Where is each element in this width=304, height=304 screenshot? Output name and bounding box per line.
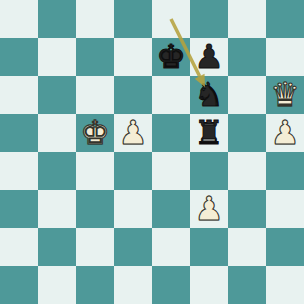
square-c5[interactable]: ♚ xyxy=(76,114,114,152)
white-king[interactable]: ♚ xyxy=(76,114,114,152)
square-a3[interactable] xyxy=(0,190,38,228)
square-c8[interactable] xyxy=(76,0,114,38)
chess-board[interactable]: ♚♟♞♛♚♟♜♟♟ xyxy=(0,0,304,304)
square-b1[interactable] xyxy=(38,266,76,304)
square-b3[interactable] xyxy=(38,190,76,228)
square-h1[interactable] xyxy=(266,266,304,304)
black-knight[interactable]: ♞ xyxy=(190,76,228,114)
square-f6[interactable]: ♞ xyxy=(190,76,228,114)
white-pawn[interactable]: ♟ xyxy=(190,190,228,228)
square-b4[interactable] xyxy=(38,152,76,190)
square-d6[interactable] xyxy=(114,76,152,114)
square-d3[interactable] xyxy=(114,190,152,228)
square-e5[interactable] xyxy=(152,114,190,152)
square-c2[interactable] xyxy=(76,228,114,266)
square-d1[interactable] xyxy=(114,266,152,304)
square-a6[interactable] xyxy=(0,76,38,114)
square-h5[interactable]: ♟ xyxy=(266,114,304,152)
square-g3[interactable] xyxy=(228,190,266,228)
square-e2[interactable] xyxy=(152,228,190,266)
square-h2[interactable] xyxy=(266,228,304,266)
square-g8[interactable] xyxy=(228,0,266,38)
square-f8[interactable] xyxy=(190,0,228,38)
square-g2[interactable] xyxy=(228,228,266,266)
square-e1[interactable] xyxy=(152,266,190,304)
square-h6[interactable]: ♛ xyxy=(266,76,304,114)
square-e3[interactable] xyxy=(152,190,190,228)
square-g1[interactable] xyxy=(228,266,266,304)
square-d7[interactable] xyxy=(114,38,152,76)
square-b7[interactable] xyxy=(38,38,76,76)
square-b6[interactable] xyxy=(38,76,76,114)
black-king[interactable]: ♚ xyxy=(152,38,190,76)
square-g5[interactable] xyxy=(228,114,266,152)
square-b2[interactable] xyxy=(38,228,76,266)
square-c4[interactable] xyxy=(76,152,114,190)
square-a1[interactable] xyxy=(0,266,38,304)
square-a7[interactable] xyxy=(0,38,38,76)
square-a4[interactable] xyxy=(0,152,38,190)
chess-app: ♚♟♞♛♚♟♜♟♟ xyxy=(0,0,304,304)
square-g6[interactable] xyxy=(228,76,266,114)
square-d2[interactable] xyxy=(114,228,152,266)
square-a8[interactable] xyxy=(0,0,38,38)
white-queen[interactable]: ♛ xyxy=(266,76,304,114)
square-f7[interactable]: ♟ xyxy=(190,38,228,76)
square-d4[interactable] xyxy=(114,152,152,190)
square-c3[interactable] xyxy=(76,190,114,228)
square-f3[interactable]: ♟ xyxy=(190,190,228,228)
square-h3[interactable] xyxy=(266,190,304,228)
square-e4[interactable] xyxy=(152,152,190,190)
square-b8[interactable] xyxy=(38,0,76,38)
square-b5[interactable] xyxy=(38,114,76,152)
square-f5[interactable]: ♜ xyxy=(190,114,228,152)
square-a2[interactable] xyxy=(0,228,38,266)
square-g7[interactable] xyxy=(228,38,266,76)
square-e8[interactable] xyxy=(152,0,190,38)
square-h7[interactable] xyxy=(266,38,304,76)
square-a5[interactable] xyxy=(0,114,38,152)
square-e7[interactable]: ♚ xyxy=(152,38,190,76)
square-f4[interactable] xyxy=(190,152,228,190)
white-pawn[interactable]: ♟ xyxy=(114,114,152,152)
black-rook[interactable]: ♜ xyxy=(190,114,228,152)
square-d5[interactable]: ♟ xyxy=(114,114,152,152)
square-g4[interactable] xyxy=(228,152,266,190)
square-d8[interactable] xyxy=(114,0,152,38)
square-f1[interactable] xyxy=(190,266,228,304)
square-h4[interactable] xyxy=(266,152,304,190)
square-c7[interactable] xyxy=(76,38,114,76)
white-pawn[interactable]: ♟ xyxy=(266,114,304,152)
square-c1[interactable] xyxy=(76,266,114,304)
square-c6[interactable] xyxy=(76,76,114,114)
square-f2[interactable] xyxy=(190,228,228,266)
black-pawn[interactable]: ♟ xyxy=(190,38,228,76)
square-e6[interactable] xyxy=(152,76,190,114)
square-h8[interactable] xyxy=(266,0,304,38)
